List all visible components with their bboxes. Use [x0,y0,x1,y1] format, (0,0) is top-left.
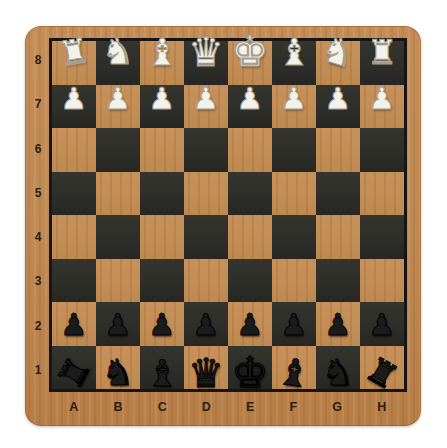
square-b6[interactable] [96,128,140,172]
piece-white-rook-a8[interactable]: ♜ [56,32,92,71]
piece-black-knight-g1[interactable]: ♞ [322,355,354,391]
rank-label-8: 8 [27,38,49,82]
piece-black-pawn-d2[interactable]: ♟ [193,310,220,340]
square-a8[interactable]: ♜ [52,41,96,85]
rank-coordinates: 87654321 [27,38,49,392]
board-frame: ♜♞♝♛♚♝♞♜♟♟♟♟♟♟♟♟♟♟♟♟♟♟♟♟♜♞♝♛♚♝♞♜ [49,38,407,392]
rank-label-6: 6 [27,127,49,171]
square-e4[interactable] [228,215,272,259]
square-c2[interactable]: ♟ [140,302,184,346]
square-h2[interactable]: ♟ [360,302,404,346]
square-g4[interactable] [316,215,360,259]
square-e1[interactable]: ♚ [228,346,272,390]
piece-black-pawn-b2[interactable]: ♟ [105,310,132,340]
file-label-c: C [140,394,184,420]
piece-black-rook-h1[interactable]: ♜ [360,351,403,396]
square-h1[interactable]: ♜ [360,346,404,390]
piece-black-rook-a1[interactable]: ♜ [52,352,96,395]
square-f1[interactable]: ♝ [272,346,316,390]
rank-label-3: 3 [27,259,49,303]
file-label-a: A [52,394,96,420]
piece-black-pawn-a2[interactable]: ♟ [61,310,88,340]
square-d4[interactable] [184,215,228,259]
square-a2[interactable]: ♟ [52,302,96,346]
piece-black-pawn-c2[interactable]: ♟ [149,310,176,340]
square-c3[interactable] [140,259,184,303]
rank-label-2: 2 [27,304,49,348]
piece-black-pawn-g2[interactable]: ♟ [325,310,352,340]
square-c8[interactable]: ♝ [140,41,184,85]
square-g6[interactable] [316,128,360,172]
piece-black-pawn-f2[interactable]: ♟ [281,310,308,340]
square-c5[interactable] [140,172,184,216]
square-b4[interactable] [96,215,140,259]
piece-white-bishop-f8[interactable]: ♝ [277,33,310,70]
square-e2[interactable]: ♟ [228,302,272,346]
piece-black-bishop-c1[interactable]: ♝ [145,355,178,392]
square-d8[interactable]: ♛ [184,41,228,85]
piece-white-king-e8[interactable]: ♚ [231,31,269,73]
square-e6[interactable] [228,128,272,172]
square-d3[interactable] [184,259,228,303]
square-d6[interactable] [184,128,228,172]
piece-black-knight-b1[interactable]: ♞ [102,355,134,391]
file-label-e: E [229,394,272,420]
square-f3[interactable] [272,259,316,303]
square-e3[interactable] [228,259,272,303]
square-h3[interactable] [360,259,404,303]
square-a4[interactable] [52,215,96,259]
square-f5[interactable] [272,172,316,216]
rank-label-1: 1 [27,348,49,392]
rank-label-5: 5 [27,171,49,215]
square-d5[interactable] [184,172,228,216]
square-d7[interactable]: ♟ [184,85,228,129]
square-a3[interactable] [52,259,96,303]
square-f4[interactable] [272,215,316,259]
rank-label-7: 7 [27,82,49,126]
file-label-d: D [185,394,229,420]
file-label-b: B [96,394,140,420]
piece-black-queen-d1[interactable]: ♛ [188,353,224,393]
square-h7[interactable]: ♟ [360,85,404,129]
square-c7[interactable]: ♟ [140,85,184,129]
piece-white-pawn-b7[interactable]: ♟ [105,84,132,114]
piece-white-pawn-e7[interactable]: ♟ [237,84,264,114]
square-b7[interactable]: ♟ [96,85,140,129]
piece-black-king-e1[interactable]: ♚ [231,352,269,394]
square-a6[interactable] [52,128,96,172]
square-g2[interactable]: ♟ [316,302,360,346]
photo-background: 87654321 ABCDEFGH ♜♞♝♛♚♝♞♜♟♟♟♟♟♟♟♟♟♟♟♟♟♟… [0,0,447,448]
piece-white-pawn-g7[interactable]: ♟ [325,84,352,114]
square-f2[interactable]: ♟ [272,302,316,346]
square-b1[interactable]: ♞ [96,346,140,390]
square-b2[interactable]: ♟ [96,302,140,346]
piece-white-bishop-c8[interactable]: ♝ [145,33,178,70]
square-c1[interactable]: ♝ [140,346,184,390]
square-f7[interactable]: ♟ [272,85,316,129]
chess-board: 87654321 ABCDEFGH ♜♞♝♛♚♝♞♜♟♟♟♟♟♟♟♟♟♟♟♟♟♟… [25,26,421,426]
square-g3[interactable] [316,259,360,303]
square-a5[interactable] [52,172,96,216]
square-h4[interactable] [360,215,404,259]
square-a1[interactable]: ♜ [52,346,96,390]
piece-white-pawn-h7[interactable]: ♟ [369,84,396,114]
piece-white-rook-h8[interactable]: ♜ [367,35,397,69]
square-b3[interactable] [96,259,140,303]
square-c4[interactable] [140,215,184,259]
piece-black-bishop-f1[interactable]: ♝ [275,353,313,394]
piece-white-queen-d8[interactable]: ♛ [188,32,224,72]
piece-white-pawn-c7[interactable]: ♟ [149,84,176,114]
square-d2[interactable]: ♟ [184,302,228,346]
square-h5[interactable] [360,172,404,216]
square-c6[interactable] [140,128,184,172]
file-label-g: G [315,394,360,420]
square-b8[interactable]: ♞ [96,41,140,85]
square-g7[interactable]: ♟ [316,85,360,129]
piece-white-pawn-d7[interactable]: ♟ [193,84,220,114]
file-coordinates: ABCDEFGH [52,394,404,420]
piece-white-pawn-a7[interactable]: ♟ [61,84,88,114]
file-label-h: H [360,394,404,420]
square-h6[interactable] [360,128,404,172]
square-b5[interactable] [96,172,140,216]
file-label-f: F [272,394,315,420]
square-e7[interactable]: ♟ [228,85,272,129]
square-g1[interactable]: ♞ [316,346,360,390]
piece-black-pawn-h2[interactable]: ♟ [369,310,396,340]
square-a7[interactable]: ♟ [52,85,96,129]
square-f6[interactable] [272,128,316,172]
square-h8[interactable]: ♜ [360,41,404,85]
piece-white-knight-b8[interactable]: ♞ [102,34,134,70]
rank-label-4: 4 [27,215,49,259]
square-g8[interactable]: ♞ [316,41,360,85]
square-d1[interactable]: ♛ [184,346,228,390]
square-f8[interactable]: ♝ [272,41,316,85]
square-g5[interactable] [316,172,360,216]
piece-white-pawn-f7[interactable]: ♟ [281,84,308,114]
square-e5[interactable] [228,172,272,216]
square-e8[interactable]: ♚ [228,41,272,85]
board-grid: ♜♞♝♛♚♝♞♜♟♟♟♟♟♟♟♟♟♟♟♟♟♟♟♟♜♞♝♛♚♝♞♜ [52,41,404,389]
piece-black-pawn-e2[interactable]: ♟ [237,310,264,340]
piece-white-knight-g8[interactable]: ♞ [317,30,358,74]
